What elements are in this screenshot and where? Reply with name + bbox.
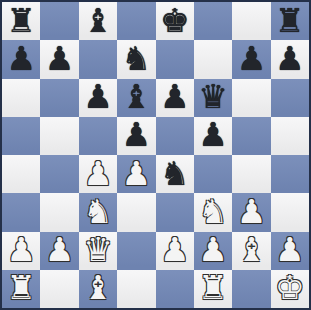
square-a4[interactable] — [2, 155, 40, 193]
square-f3[interactable]: ♞ — [194, 193, 232, 231]
square-h8[interactable]: ♜ — [271, 2, 309, 40]
square-c2[interactable]: ♛ — [79, 232, 117, 270]
square-c7[interactable] — [79, 40, 117, 78]
square-e6[interactable]: ♟ — [156, 79, 194, 117]
square-b1[interactable] — [40, 270, 78, 308]
square-f2[interactable]: ♟ — [194, 232, 232, 270]
white-pawn[interactable]: ♟ — [198, 233, 228, 266]
square-e2[interactable]: ♟ — [156, 232, 194, 270]
white-bishop[interactable]: ♝ — [83, 271, 113, 304]
square-b2[interactable]: ♟ — [40, 232, 78, 270]
white-rook[interactable]: ♜ — [6, 271, 36, 304]
black-pawn[interactable]: ♟ — [122, 118, 152, 151]
square-f1[interactable]: ♜ — [194, 270, 232, 308]
square-e7[interactable] — [156, 40, 194, 78]
square-e8[interactable]: ♚ — [156, 2, 194, 40]
board-frame: ♜♝♚♜♟♟♞♟♟♟♝♟♛♟♟♟♟♞♞♞♟♟♟♛♟♟♝♟♜♝♜♚ — [0, 0, 311, 310]
white-queen[interactable]: ♛ — [83, 233, 113, 266]
square-f6[interactable]: ♛ — [194, 79, 232, 117]
square-d7[interactable]: ♞ — [117, 40, 155, 78]
square-g6[interactable] — [232, 79, 270, 117]
square-c4[interactable]: ♟ — [79, 155, 117, 193]
square-a5[interactable] — [2, 117, 40, 155]
black-knight[interactable]: ♞ — [160, 157, 190, 190]
square-h7[interactable]: ♟ — [271, 40, 309, 78]
white-bishop[interactable]: ♝ — [237, 233, 267, 266]
black-pawn[interactable]: ♟ — [160, 80, 190, 113]
square-a3[interactable] — [2, 193, 40, 231]
square-e5[interactable] — [156, 117, 194, 155]
square-b6[interactable] — [40, 79, 78, 117]
square-g5[interactable] — [232, 117, 270, 155]
square-d4[interactable]: ♟ — [117, 155, 155, 193]
black-pawn[interactable]: ♟ — [83, 80, 113, 113]
white-pawn[interactable]: ♟ — [45, 233, 75, 266]
square-a6[interactable] — [2, 79, 40, 117]
black-bishop[interactable]: ♝ — [122, 80, 152, 113]
white-pawn[interactable]: ♟ — [237, 195, 267, 228]
square-g2[interactable]: ♝ — [232, 232, 270, 270]
white-king[interactable]: ♚ — [275, 271, 305, 304]
square-e1[interactable] — [156, 270, 194, 308]
square-h3[interactable] — [271, 193, 309, 231]
white-pawn[interactable]: ♟ — [160, 233, 190, 266]
square-g4[interactable] — [232, 155, 270, 193]
square-e3[interactable] — [156, 193, 194, 231]
white-knight[interactable]: ♞ — [198, 195, 228, 228]
square-a8[interactable]: ♜ — [2, 2, 40, 40]
square-a2[interactable]: ♟ — [2, 232, 40, 270]
black-knight[interactable]: ♞ — [122, 42, 152, 75]
black-rook[interactable]: ♜ — [6, 4, 36, 37]
square-c1[interactable]: ♝ — [79, 270, 117, 308]
square-g7[interactable]: ♟ — [232, 40, 270, 78]
square-h6[interactable] — [271, 79, 309, 117]
square-h2[interactable]: ♟ — [271, 232, 309, 270]
square-b4[interactable] — [40, 155, 78, 193]
white-knight[interactable]: ♞ — [83, 195, 113, 228]
white-pawn[interactable]: ♟ — [275, 233, 305, 266]
square-b8[interactable] — [40, 2, 78, 40]
square-h1[interactable]: ♚ — [271, 270, 309, 308]
black-bishop[interactable]: ♝ — [83, 4, 113, 37]
white-pawn[interactable]: ♟ — [83, 157, 113, 190]
black-pawn[interactable]: ♟ — [6, 42, 36, 75]
black-pawn[interactable]: ♟ — [45, 42, 75, 75]
square-f7[interactable] — [194, 40, 232, 78]
square-f4[interactable] — [194, 155, 232, 193]
square-d3[interactable] — [117, 193, 155, 231]
square-c6[interactable]: ♟ — [79, 79, 117, 117]
square-c3[interactable]: ♞ — [79, 193, 117, 231]
square-h4[interactable] — [271, 155, 309, 193]
black-pawn[interactable]: ♟ — [275, 42, 305, 75]
square-d8[interactable] — [117, 2, 155, 40]
square-g3[interactable]: ♟ — [232, 193, 270, 231]
black-king[interactable]: ♚ — [160, 4, 190, 37]
chess-board: ♜♝♚♜♟♟♞♟♟♟♝♟♛♟♟♟♟♞♞♞♟♟♟♛♟♟♝♟♜♝♜♚ — [2, 2, 309, 308]
square-b3[interactable] — [40, 193, 78, 231]
black-queen[interactable]: ♛ — [198, 80, 228, 113]
square-d5[interactable]: ♟ — [117, 117, 155, 155]
square-a7[interactable]: ♟ — [2, 40, 40, 78]
square-d2[interactable] — [117, 232, 155, 270]
square-g1[interactable] — [232, 270, 270, 308]
square-d1[interactable] — [117, 270, 155, 308]
square-f8[interactable] — [194, 2, 232, 40]
square-h5[interactable] — [271, 117, 309, 155]
white-pawn[interactable]: ♟ — [6, 233, 36, 266]
white-pawn[interactable]: ♟ — [122, 157, 152, 190]
square-g8[interactable] — [232, 2, 270, 40]
square-b5[interactable] — [40, 117, 78, 155]
square-e4[interactable]: ♞ — [156, 155, 194, 193]
square-c8[interactable]: ♝ — [79, 2, 117, 40]
black-rook[interactable]: ♜ — [275, 4, 305, 37]
square-a1[interactable]: ♜ — [2, 270, 40, 308]
white-rook[interactable]: ♜ — [198, 271, 228, 304]
square-c5[interactable] — [79, 117, 117, 155]
square-b7[interactable]: ♟ — [40, 40, 78, 78]
square-d6[interactable]: ♝ — [117, 79, 155, 117]
black-pawn[interactable]: ♟ — [198, 118, 228, 151]
black-pawn[interactable]: ♟ — [237, 42, 267, 75]
square-f5[interactable]: ♟ — [194, 117, 232, 155]
